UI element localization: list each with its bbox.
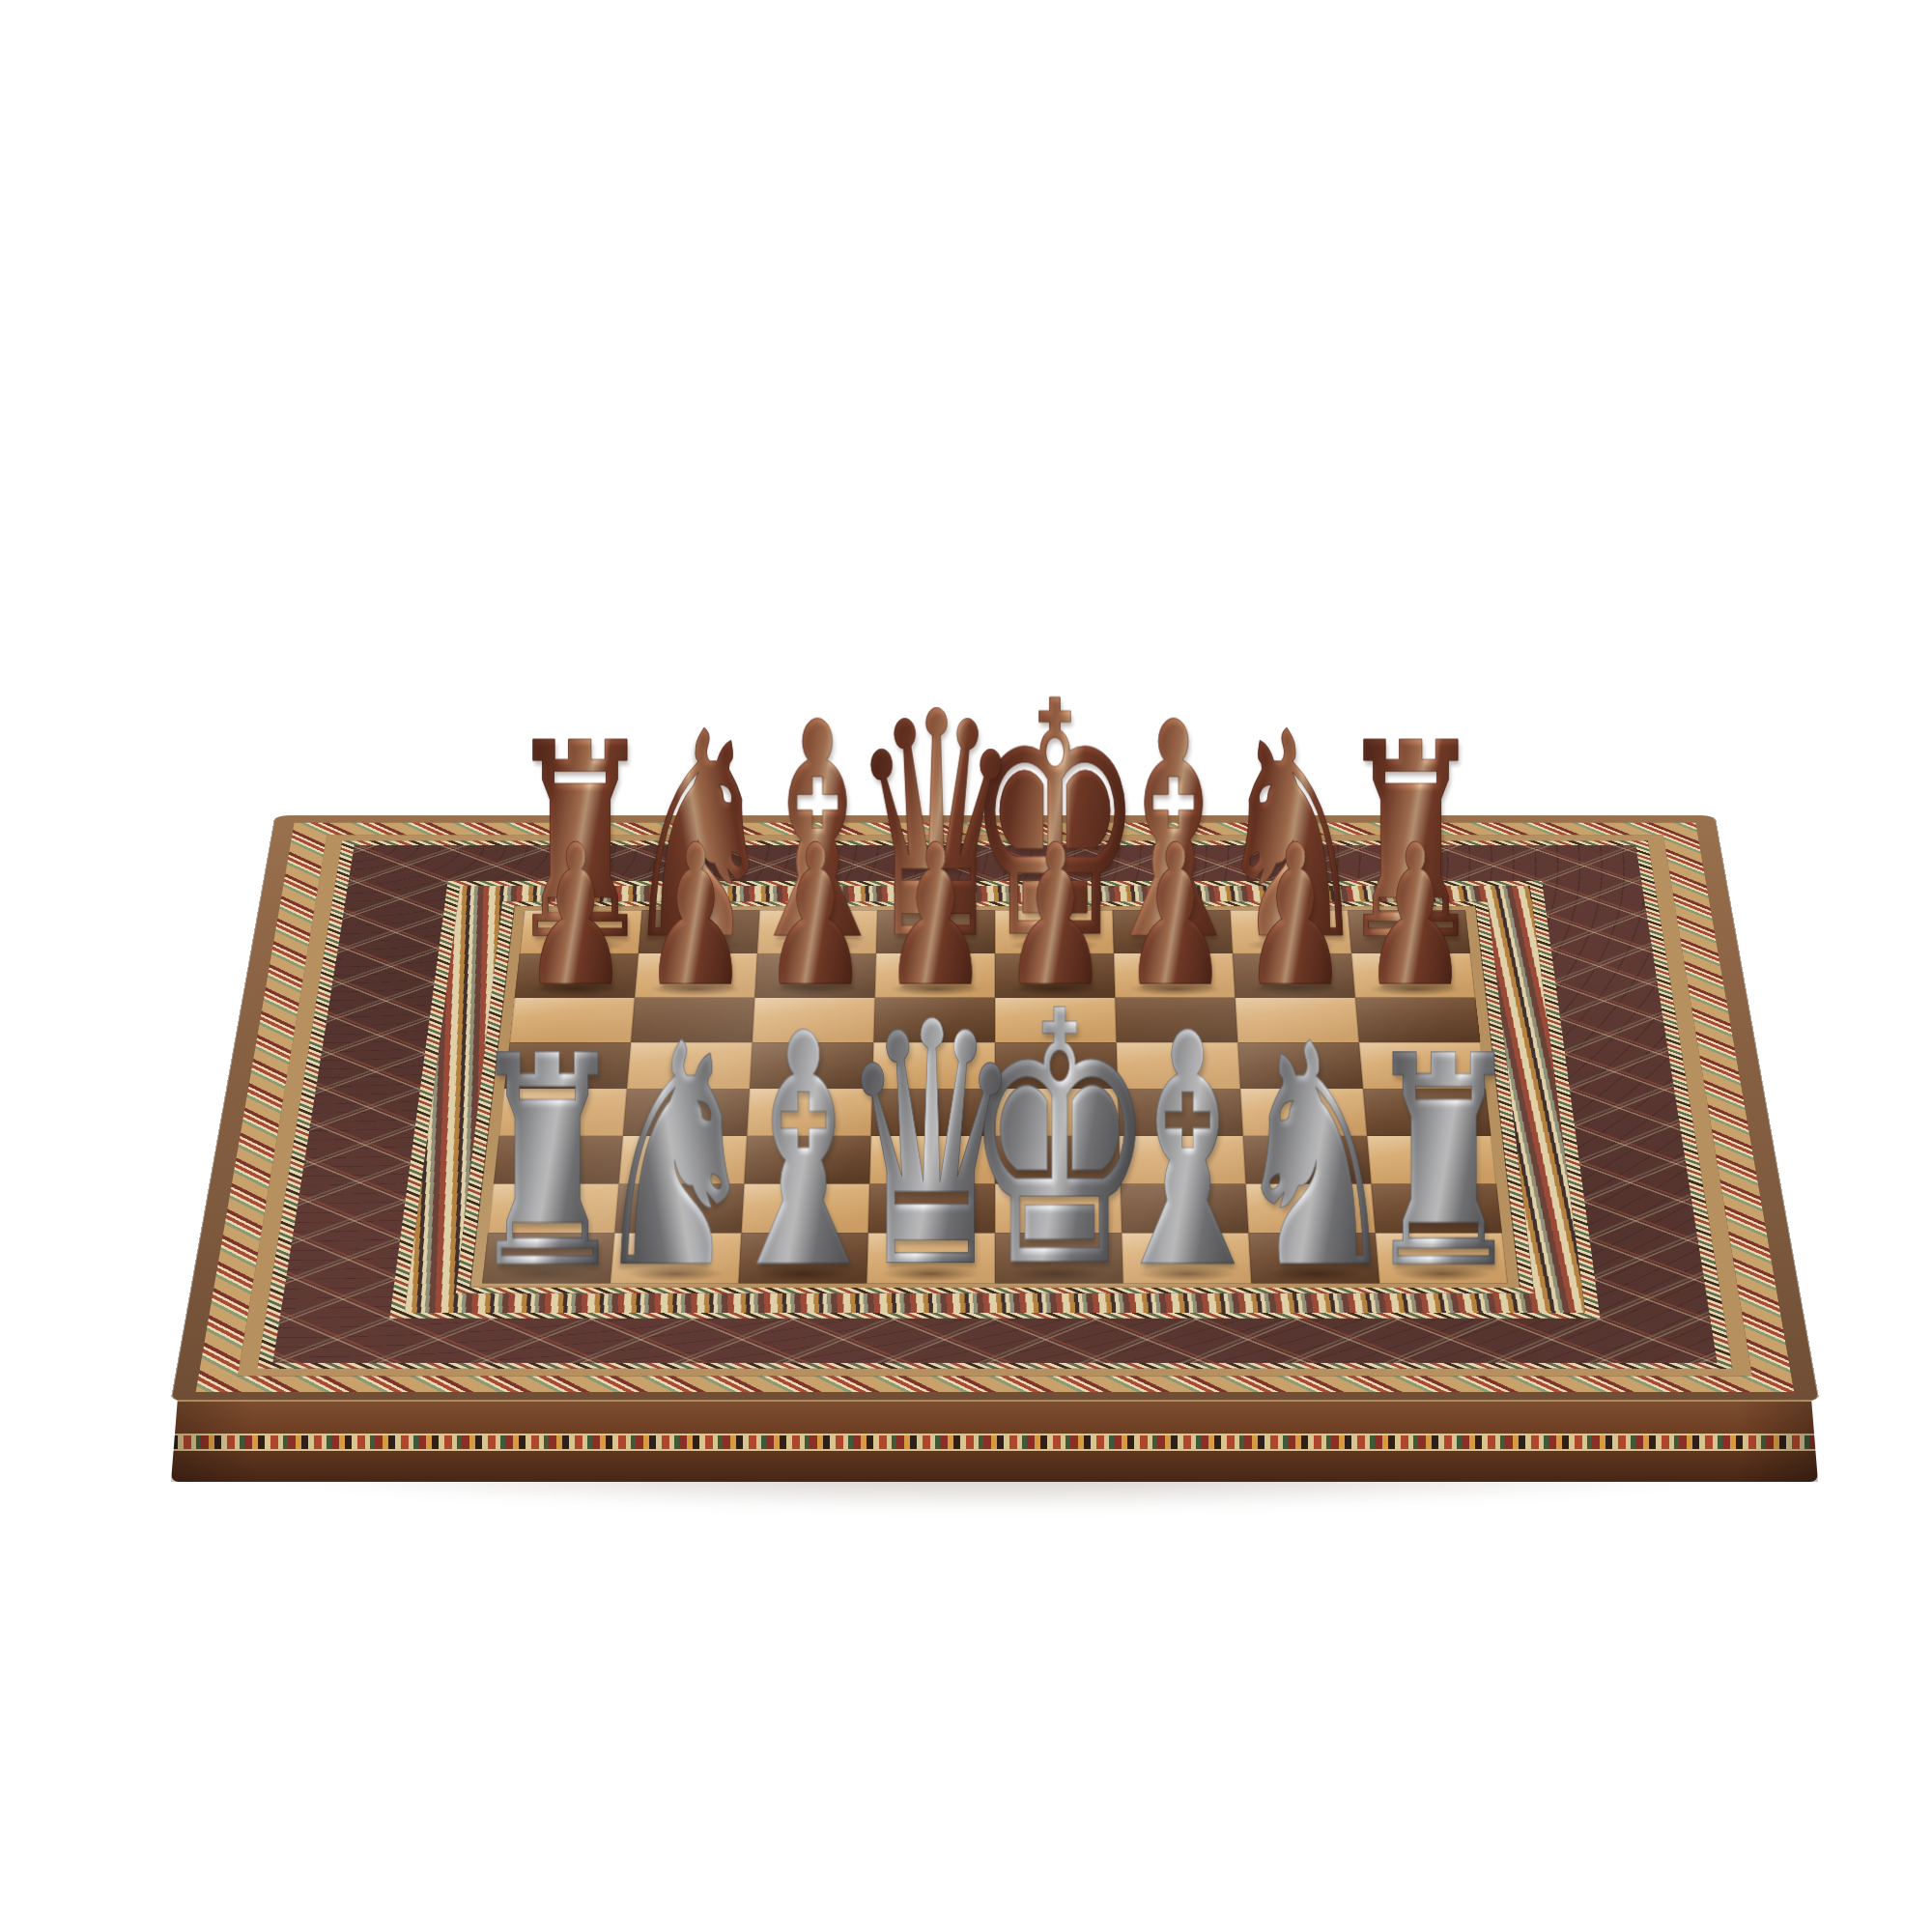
silver-knight: ♞ xyxy=(589,1038,759,1277)
front-edge-mosaic-strip xyxy=(171,1434,1818,1451)
chessboard: ♜♞♝♛♚♝♞♜♟♟♟♟♟♟♟♟♜♞♝♛♚♝♞♜ xyxy=(470,906,1520,1288)
board-perspective-wrapper: ♜♞♝♛♚♝♞♜♟♟♟♟♟♟♟♟♜♞♝♛♚♝♞♜ xyxy=(227,321,1763,1857)
board-top-surface: ♜♞♝♛♚♝♞♜♟♟♟♟♟♟♟♟♜♞♝♛♚♝♞♜ xyxy=(171,815,1818,1401)
square-b1: ♞ xyxy=(611,1233,742,1283)
photo-canvas: ♜♞♝♛♚♝♞♜♟♟♟♟♟♟♟♟♜♞♝♛♚♝♞♜ xyxy=(0,0,1932,1932)
silver-knight: ♞ xyxy=(1230,1038,1400,1277)
board-front-edge xyxy=(171,1400,1818,1482)
copper-pawn: ♟ xyxy=(521,840,629,992)
copper-pawn: ♟ xyxy=(1361,840,1469,992)
square-g1: ♞ xyxy=(1248,1233,1379,1283)
